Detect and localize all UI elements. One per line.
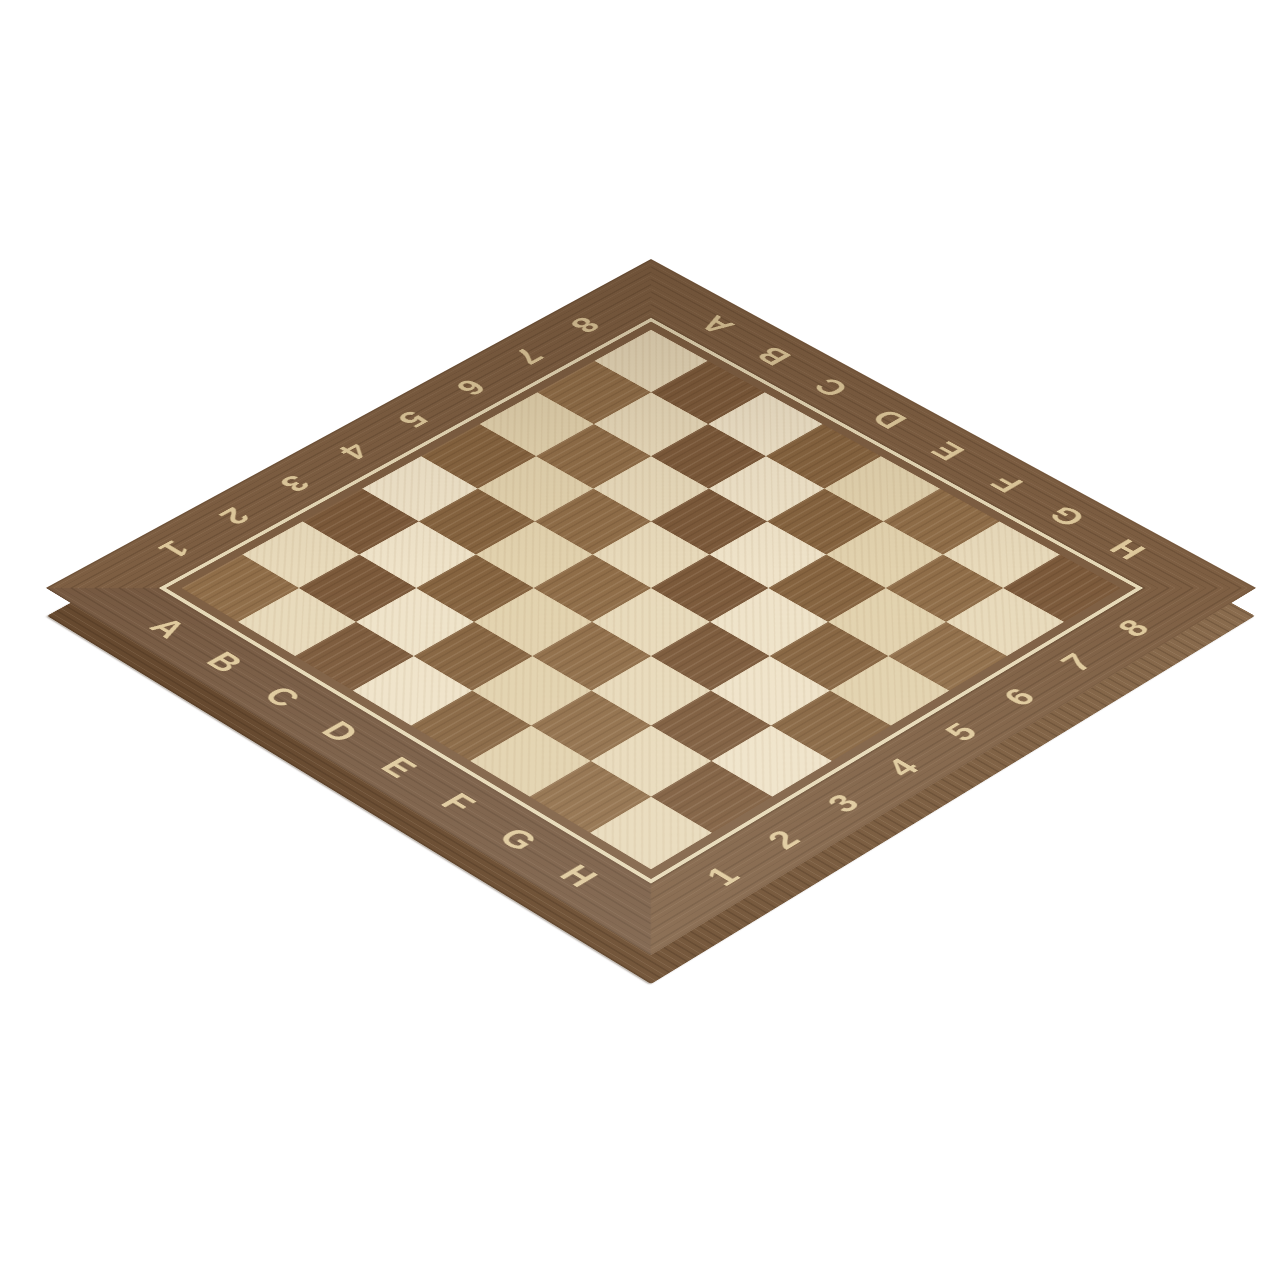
rank-label-3-queenside: 3 xyxy=(272,470,318,496)
square-a2 xyxy=(242,521,359,588)
square-b7 xyxy=(594,392,708,456)
square-a5 xyxy=(421,424,536,489)
square-f7 xyxy=(826,521,943,588)
file-label-a-far: A xyxy=(692,311,742,339)
square-a6 xyxy=(480,392,594,456)
square-c8 xyxy=(708,392,822,456)
square-a3 xyxy=(303,489,419,555)
square-b3 xyxy=(359,521,476,588)
rank-label-6-queenside: 6 xyxy=(448,374,494,400)
file-label-d-far: D xyxy=(864,404,915,432)
board-border-far xyxy=(597,259,1256,621)
square-b4 xyxy=(419,489,535,555)
board-scene: AABBCCDDEEFFGGHH1122334455667788 xyxy=(0,0,1280,1280)
square-g8 xyxy=(943,521,1060,588)
file-label-e-far: E xyxy=(923,437,972,465)
square-b5 xyxy=(478,456,594,521)
file-label-h-far: H xyxy=(1102,534,1153,564)
square-a4 xyxy=(362,456,478,521)
file-label-f-far: F xyxy=(983,469,1031,496)
square-c7 xyxy=(651,424,766,489)
square-b6 xyxy=(536,424,651,489)
rank-label-1-queenside: 1 xyxy=(151,535,198,562)
file-label-b-far: B xyxy=(749,342,799,370)
square-d7 xyxy=(709,456,825,521)
rank-label-8-queenside: 8 xyxy=(562,312,607,337)
square-d8 xyxy=(766,424,881,489)
square-f8 xyxy=(883,489,999,555)
product-photo-canvas: AABBCCDDEEFFGGHH1122334455667788 xyxy=(0,0,1280,1280)
square-d5 xyxy=(593,521,710,588)
file-label-g-far: G xyxy=(1041,501,1094,531)
playing-field xyxy=(181,330,1120,870)
rank-label-2-queenside: 2 xyxy=(212,502,258,529)
square-e6 xyxy=(709,521,826,588)
chess-board: AABBCCDDEEFFGGHH1122334455667788 xyxy=(46,259,1257,955)
square-e8 xyxy=(824,456,940,521)
board-border-queenside xyxy=(46,259,705,621)
square-e7 xyxy=(767,489,883,555)
square-a8 xyxy=(594,330,707,393)
rank-label-7-queenside: 7 xyxy=(505,343,551,368)
rank-label-4-queenside: 4 xyxy=(331,438,377,464)
square-c5 xyxy=(535,489,651,555)
square-d6 xyxy=(651,489,767,555)
rank-label-5-queenside: 5 xyxy=(390,406,436,432)
square-a7 xyxy=(537,361,651,424)
square-b8 xyxy=(651,361,765,424)
file-label-c-far: C xyxy=(806,373,856,401)
coordinate-labels: AABBCCDDEEFFGGHH1122334455667788 xyxy=(651,259,1256,588)
square-c4 xyxy=(476,521,593,588)
square-c6 xyxy=(593,456,709,521)
